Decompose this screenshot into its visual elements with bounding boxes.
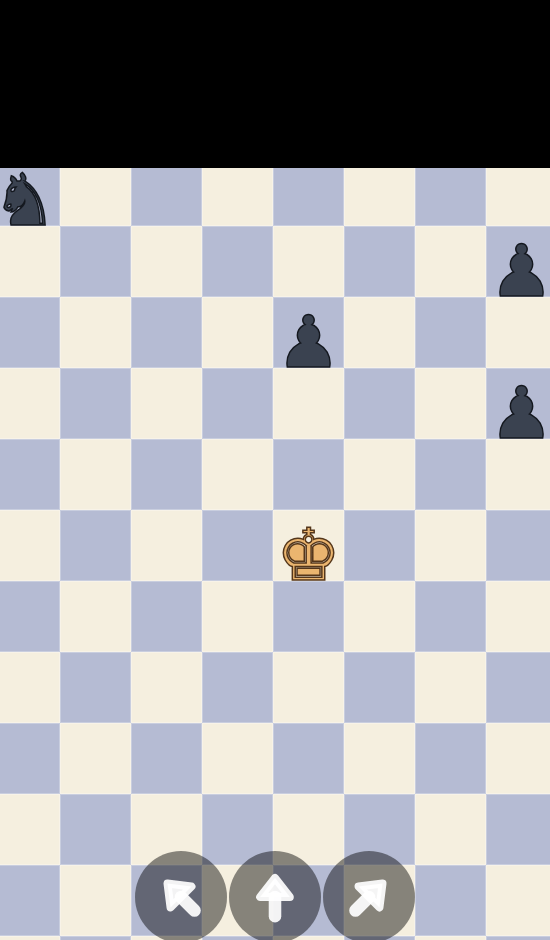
square-r8c8 — [486, 652, 550, 723]
square-r4c4 — [202, 368, 273, 439]
square-r3c1 — [0, 297, 60, 368]
square-r12c7 — [415, 936, 486, 940]
square-r5c8 — [486, 439, 550, 510]
square-r5c4 — [202, 439, 273, 510]
square-r5c2 — [60, 439, 131, 510]
square-r6c3 — [131, 510, 202, 581]
arrow-up-icon — [242, 864, 308, 930]
square-r7c6 — [344, 581, 415, 652]
square-r6c6 — [344, 510, 415, 581]
square-r2c7 — [415, 226, 486, 297]
square-r3c3 — [131, 297, 202, 368]
square-r6c7 — [415, 510, 486, 581]
move-up-button[interactable] — [229, 851, 321, 940]
square-r8c5 — [273, 652, 344, 723]
square-r9c4 — [202, 723, 273, 794]
square-r2c4 — [202, 226, 273, 297]
square-r10c8 — [486, 794, 550, 865]
square-r6c4 — [202, 510, 273, 581]
square-r3c8 — [486, 297, 550, 368]
square-r9c3 — [131, 723, 202, 794]
arrow-up-left-icon — [134, 850, 227, 940]
square-r9c1 — [0, 723, 60, 794]
square-r4c2 — [60, 368, 131, 439]
square-r8c7 — [415, 652, 486, 723]
square-r4c3 — [131, 368, 202, 439]
top-bar — [0, 0, 550, 168]
square-r12c1 — [0, 936, 60, 940]
square-r8c4 — [202, 652, 273, 723]
move-up-right-button[interactable] — [323, 851, 415, 940]
square-r12c2 — [60, 936, 131, 940]
arrow-up-right-icon — [322, 850, 415, 940]
square-r4c7 — [415, 368, 486, 439]
square-r7c8 — [486, 581, 550, 652]
square-r11c8 — [486, 865, 550, 936]
square-r4c8: ♟ — [486, 368, 550, 439]
square-r9c8 — [486, 723, 550, 794]
square-r8c3 — [131, 652, 202, 723]
square-r6c1 — [0, 510, 60, 581]
square-r5c1 — [0, 439, 60, 510]
square-r8c6 — [344, 652, 415, 723]
square-r2c5 — [273, 226, 344, 297]
square-r2c1 — [0, 226, 60, 297]
square-r4c1 — [0, 368, 60, 439]
square-r3c5: ♟ — [273, 297, 344, 368]
square-r12c8 — [486, 936, 550, 940]
square-r7c2 — [60, 581, 131, 652]
square-r10c7 — [415, 794, 486, 865]
square-r2c3 — [131, 226, 202, 297]
square-r8c2 — [60, 652, 131, 723]
square-r3c4 — [202, 297, 273, 368]
move-up-left-button[interactable] — [135, 851, 227, 940]
square-r11c2 — [60, 865, 131, 936]
square-r10c1 — [0, 794, 60, 865]
square-r11c1 — [0, 865, 60, 936]
square-r6c8 — [486, 510, 550, 581]
square-r4c6 — [344, 368, 415, 439]
square-r3c2 — [60, 297, 131, 368]
square-r8c1 — [0, 652, 60, 723]
square-r7c5 — [273, 581, 344, 652]
square-r7c1 — [0, 581, 60, 652]
square-r7c7 — [415, 581, 486, 652]
square-r7c3 — [131, 581, 202, 652]
square-r3c7 — [415, 297, 486, 368]
square-r2c2 — [60, 226, 131, 297]
square-r5c7 — [415, 439, 486, 510]
square-r3c6 — [344, 297, 415, 368]
square-r5c3 — [131, 439, 202, 510]
square-r11c7 — [415, 865, 486, 936]
board: ♞♟♟♟♚ — [0, 155, 550, 940]
square-r6c2 — [60, 510, 131, 581]
square-r5c6 — [344, 439, 415, 510]
square-r9c7 — [415, 723, 486, 794]
square-r2c8: ♟ — [486, 226, 550, 297]
square-r2c6 — [344, 226, 415, 297]
square-r9c5 — [273, 723, 344, 794]
square-r4c5 — [273, 368, 344, 439]
game-screen: ♞♟♟♟♚ — [0, 0, 550, 940]
square-r5c5 — [273, 439, 344, 510]
square-r9c2 — [60, 723, 131, 794]
square-r7c4 — [202, 581, 273, 652]
square-r10c2 — [60, 794, 131, 865]
square-r6c5: ♚ — [273, 510, 344, 581]
square-r9c6 — [344, 723, 415, 794]
